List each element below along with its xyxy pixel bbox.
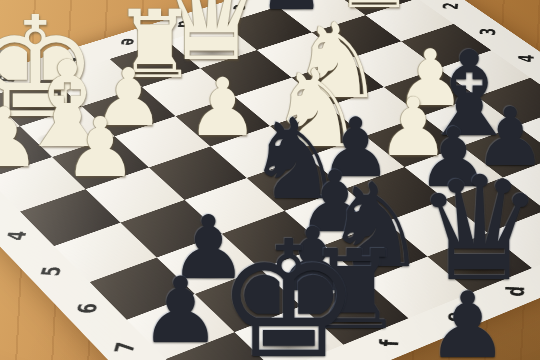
coordinate-label-2: 2	[439, 2, 463, 10]
piece-black-king-g8[interactable]: ♚	[208, 220, 370, 360]
piece-white-pawn-h2[interactable]: ♟	[0, 97, 45, 179]
coordinate-label-4: 4	[1, 230, 32, 241]
piece-black-pawn-offboard[interactable]: ♟	[422, 280, 513, 360]
piece-white-pawn-g3[interactable]: ♟	[59, 107, 141, 189]
coordinate-label-6: 6	[71, 303, 103, 315]
coordinate-label-5: 5	[35, 266, 67, 277]
chess-photo-scene: 1122334455667788hhggffeeddccbbaa ♜♛♜♚♟♝♟…	[0, 0, 540, 360]
